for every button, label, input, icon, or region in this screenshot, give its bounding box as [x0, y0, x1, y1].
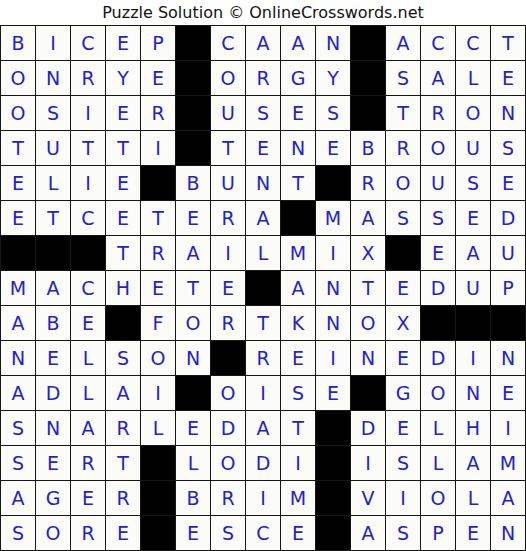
cell-r1c13: C: [421, 26, 455, 60]
cell-r14c7: R: [211, 481, 245, 515]
cell-r6c10: M: [316, 201, 350, 235]
cell-r3c12: T: [386, 96, 420, 130]
cell-r3c7: U: [211, 96, 245, 130]
black-cell-r9c4: [106, 306, 140, 340]
cell-r14c8: I: [246, 481, 280, 515]
black-cell-r12c10: [316, 411, 350, 445]
cell-r4c7: T: [211, 131, 245, 165]
cell-r1c2: I: [36, 26, 70, 60]
cell-r11c8: I: [246, 376, 280, 410]
cell-r10c8: R: [246, 341, 280, 375]
cell-r8c15: P: [491, 271, 525, 305]
cell-r14c2: G: [36, 481, 70, 515]
cell-r1c10: N: [316, 26, 350, 60]
cell-r3c15: N: [491, 96, 525, 130]
cell-r8c5: E: [141, 271, 175, 305]
cell-r4c4: T: [106, 131, 140, 165]
cell-r11c7: O: [211, 376, 245, 410]
cell-r10c15: N: [491, 341, 525, 375]
cell-r14c9: M: [281, 481, 315, 515]
cell-r15c12: S: [386, 516, 420, 550]
cell-r7c14: A: [456, 236, 490, 270]
cell-r3c1: O: [1, 96, 35, 130]
cell-r5c2: L: [36, 166, 70, 200]
black-cell-r9c15: [491, 306, 525, 340]
cell-r8c14: U: [456, 271, 490, 305]
cell-r5c13: U: [421, 166, 455, 200]
cell-r12c3: A: [71, 411, 105, 445]
cell-r2c9: G: [281, 61, 315, 95]
black-cell-r7c2: [36, 236, 70, 270]
cell-r14c15: A: [491, 481, 525, 515]
cell-r2c10: Y: [316, 61, 350, 95]
cell-r9c7: R: [211, 306, 245, 340]
black-cell-r15c5: [141, 516, 175, 550]
cell-r11c3: L: [71, 376, 105, 410]
page-title: Puzzle Solution © OnlineCrosswords.net: [0, 0, 526, 25]
cell-r5c8: N: [246, 166, 280, 200]
cell-r4c5: I: [141, 131, 175, 165]
cell-r11c12: G: [386, 376, 420, 410]
black-cell-r1c6: [176, 26, 210, 60]
cell-r10c10: I: [316, 341, 350, 375]
cell-r15c1: S: [1, 516, 35, 550]
crossword-grid: BICEPCAANACCTONRYEORGYSALEOSIERUSESTRONT…: [0, 25, 526, 551]
cell-r15c14: E: [456, 516, 490, 550]
cell-r12c1: S: [1, 411, 35, 445]
cell-r6c6: E: [176, 201, 210, 235]
cell-r13c13: L: [421, 446, 455, 480]
cell-r13c15: M: [491, 446, 525, 480]
cell-r11c13: O: [421, 376, 455, 410]
cell-r13c14: A: [456, 446, 490, 480]
cell-r12c8: A: [246, 411, 280, 445]
cell-r10c4: S: [106, 341, 140, 375]
cell-r7c4: T: [106, 236, 140, 270]
cell-r5c15: E: [491, 166, 525, 200]
cell-r1c7: C: [211, 26, 245, 60]
black-cell-r5c10: [316, 166, 350, 200]
cell-r15c8: C: [246, 516, 280, 550]
cell-r3c8: S: [246, 96, 280, 130]
cell-r4c11: B: [351, 131, 385, 165]
cell-r1c15: T: [491, 26, 525, 60]
cell-r9c2: B: [36, 306, 70, 340]
cell-r15c6: E: [176, 516, 210, 550]
cell-r2c1: O: [1, 61, 35, 95]
cell-r6c15: D: [491, 201, 525, 235]
black-cell-r2c11: [351, 61, 385, 95]
cell-r9c5: F: [141, 306, 175, 340]
cell-r3c9: E: [281, 96, 315, 130]
cell-r9c3: E: [71, 306, 105, 340]
cell-r6c4: E: [106, 201, 140, 235]
cell-r9c8: T: [246, 306, 280, 340]
black-cell-r10c7: [211, 341, 245, 375]
cell-r10c9: E: [281, 341, 315, 375]
cell-r8c2: A: [36, 271, 70, 305]
cell-r15c13: P: [421, 516, 455, 550]
cell-r14c11: V: [351, 481, 385, 515]
cell-r15c7: S: [211, 516, 245, 550]
cell-r2c14: L: [456, 61, 490, 95]
cell-r12c4: R: [106, 411, 140, 445]
cell-r1c3: C: [71, 26, 105, 60]
cell-r14c12: I: [386, 481, 420, 515]
cell-r10c5: O: [141, 341, 175, 375]
black-cell-r13c10: [316, 446, 350, 480]
cell-r2c2: N: [36, 61, 70, 95]
cell-r9c11: O: [351, 306, 385, 340]
cell-r6c11: A: [351, 201, 385, 235]
black-cell-r3c11: [351, 96, 385, 130]
cell-r1c5: P: [141, 26, 175, 60]
black-cell-r3c6: [176, 96, 210, 130]
cell-r7c5: R: [141, 236, 175, 270]
cell-r4c15: S: [491, 131, 525, 165]
cell-r6c1: E: [1, 201, 35, 235]
cell-r8c13: D: [421, 271, 455, 305]
black-cell-r4c6: [176, 131, 210, 165]
cell-r7c6: A: [176, 236, 210, 270]
cell-r3c10: S: [316, 96, 350, 130]
cell-r14c4: R: [106, 481, 140, 515]
cell-r12c2: N: [36, 411, 70, 445]
cell-r1c12: A: [386, 26, 420, 60]
black-cell-r7c1: [1, 236, 35, 270]
black-cell-r8c8: [246, 271, 280, 305]
cell-r4c8: E: [246, 131, 280, 165]
cell-r10c13: D: [421, 341, 455, 375]
cell-r12c6: E: [176, 411, 210, 445]
cell-r8c11: T: [351, 271, 385, 305]
cell-r11c14: N: [456, 376, 490, 410]
cell-r14c6: B: [176, 481, 210, 515]
cell-r13c2: E: [36, 446, 70, 480]
cell-r15c9: E: [281, 516, 315, 550]
cell-r3c14: O: [456, 96, 490, 130]
cell-r8c6: T: [176, 271, 210, 305]
cell-r13c8: D: [246, 446, 280, 480]
cell-r13c4: T: [106, 446, 140, 480]
cell-r1c8: A: [246, 26, 280, 60]
cell-r5c14: S: [456, 166, 490, 200]
cell-r1c14: C: [456, 26, 490, 60]
black-cell-r14c5: [141, 481, 175, 515]
cell-r14c13: O: [421, 481, 455, 515]
cell-r15c4: E: [106, 516, 140, 550]
cell-r5c1: E: [1, 166, 35, 200]
cell-r9c10: N: [316, 306, 350, 340]
cell-r5c3: I: [71, 166, 105, 200]
cell-r2c5: E: [141, 61, 175, 95]
cell-r9c9: K: [281, 306, 315, 340]
cell-r5c7: U: [211, 166, 245, 200]
cell-r11c4: A: [106, 376, 140, 410]
cell-r6c14: E: [456, 201, 490, 235]
cell-r3c5: R: [141, 96, 175, 130]
cell-r7c10: I: [316, 236, 350, 270]
cell-r6c12: S: [386, 201, 420, 235]
cell-r12c15: I: [491, 411, 525, 445]
cell-r8c10: N: [316, 271, 350, 305]
cell-r10c14: I: [456, 341, 490, 375]
cell-r13c7: O: [211, 446, 245, 480]
cell-r13c1: S: [1, 446, 35, 480]
cell-r2c13: A: [421, 61, 455, 95]
cell-r6c8: A: [246, 201, 280, 235]
cell-r2c15: E: [491, 61, 525, 95]
cell-r1c4: E: [106, 26, 140, 60]
cell-r3c3: I: [71, 96, 105, 130]
cell-r3c2: S: [36, 96, 70, 130]
cell-r5c11: R: [351, 166, 385, 200]
black-cell-r7c12: [386, 236, 420, 270]
cell-r15c15: N: [491, 516, 525, 550]
cell-r12c9: T: [281, 411, 315, 445]
black-cell-r2c6: [176, 61, 210, 95]
cell-r7c13: E: [421, 236, 455, 270]
cell-r6c7: R: [211, 201, 245, 235]
cell-r7c11: X: [351, 236, 385, 270]
cell-r11c9: S: [281, 376, 315, 410]
cell-r3c4: E: [106, 96, 140, 130]
cell-r12c12: E: [386, 411, 420, 445]
cell-r7c7: I: [211, 236, 245, 270]
cell-r9c12: X: [386, 306, 420, 340]
black-cell-r11c6: [176, 376, 210, 410]
cell-r5c4: E: [106, 166, 140, 200]
cell-r15c11: A: [351, 516, 385, 550]
cell-r5c9: T: [281, 166, 315, 200]
cell-r4c13: O: [421, 131, 455, 165]
cell-r14c1: A: [1, 481, 35, 515]
cell-r14c3: E: [71, 481, 105, 515]
cell-r11c5: I: [141, 376, 175, 410]
cell-r10c6: N: [176, 341, 210, 375]
cell-r6c13: S: [421, 201, 455, 235]
cell-r10c12: E: [386, 341, 420, 375]
black-cell-r9c13: [421, 306, 455, 340]
cell-r11c2: D: [36, 376, 70, 410]
cell-r12c7: D: [211, 411, 245, 445]
cell-r2c4: Y: [106, 61, 140, 95]
cell-r12c11: D: [351, 411, 385, 445]
cell-r11c10: E: [316, 376, 350, 410]
cell-r13c9: I: [281, 446, 315, 480]
puzzle-solution-page: Puzzle Solution © OnlineCrosswords.net B…: [0, 0, 526, 551]
cell-r6c2: T: [36, 201, 70, 235]
cell-r1c9: A: [281, 26, 315, 60]
cell-r13c3: R: [71, 446, 105, 480]
cell-r6c3: C: [71, 201, 105, 235]
cell-r12c13: L: [421, 411, 455, 445]
cell-r10c11: N: [351, 341, 385, 375]
cell-r14c14: L: [456, 481, 490, 515]
cell-r4c14: U: [456, 131, 490, 165]
black-cell-r13c5: [141, 446, 175, 480]
black-cell-r9c14: [456, 306, 490, 340]
black-cell-r1c11: [351, 26, 385, 60]
cell-r4c12: R: [386, 131, 420, 165]
cell-r15c3: R: [71, 516, 105, 550]
black-cell-r5c5: [141, 166, 175, 200]
cell-r5c6: B: [176, 166, 210, 200]
cell-r2c12: S: [386, 61, 420, 95]
cell-r2c7: O: [211, 61, 245, 95]
cell-r1c1: B: [1, 26, 35, 60]
cell-r4c2: U: [36, 131, 70, 165]
black-cell-r7c3: [71, 236, 105, 270]
black-cell-r6c9: [281, 201, 315, 235]
cell-r10c3: L: [71, 341, 105, 375]
cell-r15c2: O: [36, 516, 70, 550]
cell-r8c12: E: [386, 271, 420, 305]
cell-r11c1: A: [1, 376, 35, 410]
cell-r13c11: I: [351, 446, 385, 480]
cell-r8c7: E: [211, 271, 245, 305]
cell-r2c3: R: [71, 61, 105, 95]
cell-r13c12: S: [386, 446, 420, 480]
cell-r7c8: L: [246, 236, 280, 270]
cell-r4c1: T: [1, 131, 35, 165]
black-cell-r14c10: [316, 481, 350, 515]
cell-r3c13: R: [421, 96, 455, 130]
cell-r4c10: E: [316, 131, 350, 165]
cell-r9c6: O: [176, 306, 210, 340]
cell-r8c9: A: [281, 271, 315, 305]
cell-r13c6: L: [176, 446, 210, 480]
cell-r4c9: N: [281, 131, 315, 165]
cell-r9c1: A: [1, 306, 35, 340]
cell-r12c5: L: [141, 411, 175, 445]
cell-r10c2: E: [36, 341, 70, 375]
cell-r7c9: M: [281, 236, 315, 270]
cell-r6c5: T: [141, 201, 175, 235]
cell-r11c15: E: [491, 376, 525, 410]
cell-r12c14: H: [456, 411, 490, 445]
black-cell-r11c11: [351, 376, 385, 410]
cell-r5c12: O: [386, 166, 420, 200]
black-cell-r15c10: [316, 516, 350, 550]
cell-r4c3: T: [71, 131, 105, 165]
cell-r7c15: U: [491, 236, 525, 270]
cell-r2c8: R: [246, 61, 280, 95]
cell-r8c1: M: [1, 271, 35, 305]
cell-r10c1: N: [1, 341, 35, 375]
cell-r8c4: H: [106, 271, 140, 305]
cell-r8c3: C: [71, 271, 105, 305]
